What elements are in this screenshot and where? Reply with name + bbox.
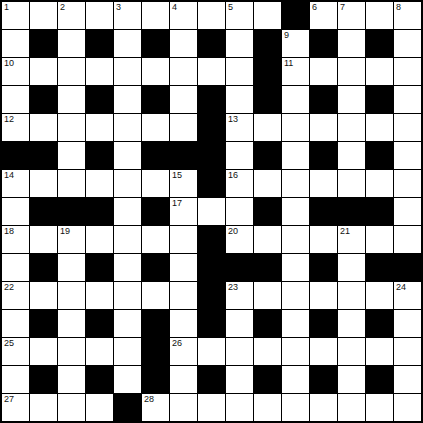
black-cell-r1-c7 (198, 30, 225, 57)
clue-number-5: 5 (228, 2, 233, 12)
cell-r9-c10[interactable] (282, 254, 309, 281)
cell-r2-c12[interactable] (338, 58, 365, 85)
cell-r8-c6[interactable] (170, 226, 197, 253)
black-cell-r9-c9 (254, 254, 281, 281)
cell-r4-c14[interactable] (394, 114, 421, 141)
black-cell-r7-c2 (58, 198, 85, 225)
black-cell-r5-c13 (366, 142, 393, 169)
cell-r12-c12[interactable] (338, 338, 365, 365)
cell-r13-c4[interactable] (114, 366, 141, 393)
black-cell-r11-c3 (86, 310, 113, 337)
cell-r12-c0[interactable]: 25 (2, 338, 29, 365)
cell-r10-c13[interactable] (366, 282, 393, 309)
black-cell-r5-c7 (198, 142, 225, 169)
cell-r5-c8[interactable] (226, 142, 253, 169)
cell-r13-c2[interactable] (58, 366, 85, 393)
cell-r6-c5[interactable] (142, 170, 169, 197)
cell-r0-c11[interactable]: 6 (310, 2, 337, 29)
black-cell-r3-c5 (142, 86, 169, 113)
clue-number-28: 28 (144, 394, 154, 404)
clue-number-18: 18 (4, 226, 14, 236)
clue-number-14: 14 (4, 170, 14, 180)
cell-r4-c12[interactable] (338, 114, 365, 141)
black-cell-r9-c8 (226, 254, 253, 281)
cell-r9-c12[interactable] (338, 254, 365, 281)
black-cell-r7-c1 (30, 198, 57, 225)
cell-r4-c4[interactable] (114, 114, 141, 141)
cell-r9-c6[interactable] (170, 254, 197, 281)
cell-r6-c4[interactable] (114, 170, 141, 197)
black-cell-r6-c7 (198, 170, 225, 197)
black-cell-r3-c3 (86, 86, 113, 113)
cell-r11-c12[interactable] (338, 310, 365, 337)
cell-r4-c9[interactable] (254, 114, 281, 141)
cell-r8-c1[interactable] (30, 226, 57, 253)
cell-r3-c2[interactable] (58, 86, 85, 113)
black-cell-r5-c5 (142, 142, 169, 169)
clue-number-13: 13 (228, 114, 238, 124)
cell-r7-c14[interactable] (394, 198, 421, 225)
cell-r5-c2[interactable] (58, 142, 85, 169)
cell-r14-c5[interactable]: 28 (142, 394, 169, 421)
black-cell-r13-c3 (86, 366, 113, 393)
cell-r6-c11[interactable] (310, 170, 337, 197)
black-cell-r9-c13 (366, 254, 393, 281)
cell-r1-c0[interactable] (2, 30, 29, 57)
cell-r10-c14[interactable]: 24 (394, 282, 421, 309)
black-cell-r5-c3 (86, 142, 113, 169)
cell-r6-c6[interactable]: 15 (170, 170, 197, 197)
cell-r7-c10[interactable] (282, 198, 309, 225)
clue-number-22: 22 (4, 282, 14, 292)
cell-r11-c10[interactable] (282, 310, 309, 337)
cell-r1-c14[interactable] (394, 30, 421, 57)
black-cell-r3-c11 (310, 86, 337, 113)
cell-r2-c8[interactable] (226, 58, 253, 85)
cell-r14-c6[interactable] (170, 394, 197, 421)
clue-number-11: 11 (284, 58, 293, 68)
cell-r14-c3[interactable] (86, 394, 113, 421)
cell-r11-c6[interactable] (170, 310, 197, 337)
cell-r14-c12[interactable] (338, 394, 365, 421)
clue-number-6: 6 (312, 2, 317, 12)
cell-r0-c12[interactable]: 7 (338, 2, 365, 29)
cell-r0-c13[interactable] (366, 2, 393, 29)
cell-r12-c14[interactable] (394, 338, 421, 365)
cell-r0-c8[interactable]: 5 (226, 2, 253, 29)
black-cell-r11-c11 (310, 310, 337, 337)
cell-r12-c1[interactable] (30, 338, 57, 365)
cell-r5-c14[interactable] (394, 142, 421, 169)
cell-r8-c11[interactable] (310, 226, 337, 253)
cell-r10-c5[interactable] (142, 282, 169, 309)
black-cell-r5-c11 (310, 142, 337, 169)
cell-r1-c4[interactable] (114, 30, 141, 57)
clue-number-25: 25 (4, 338, 14, 348)
cell-r14-c13[interactable] (366, 394, 393, 421)
cell-r0-c5[interactable] (142, 2, 169, 29)
cell-r6-c3[interactable] (86, 170, 113, 197)
cell-r8-c0[interactable]: 18 (2, 226, 29, 253)
black-cell-r11-c5 (142, 310, 169, 337)
cell-r7-c7[interactable] (198, 198, 225, 225)
black-cell-r9-c14 (394, 254, 421, 281)
cell-r10-c10[interactable] (282, 282, 309, 309)
black-cell-r13-c7 (198, 366, 225, 393)
clue-number-26: 26 (172, 338, 182, 348)
cell-r2-c11[interactable] (310, 58, 337, 85)
cell-r2-c10[interactable]: 11 (282, 58, 309, 85)
black-cell-r9-c5 (142, 254, 169, 281)
cell-r14-c0[interactable]: 27 (2, 394, 29, 421)
cell-r7-c8[interactable] (226, 198, 253, 225)
cell-r6-c1[interactable] (30, 170, 57, 197)
black-cell-r3-c1 (30, 86, 57, 113)
black-cell-r10-c7 (198, 282, 225, 309)
cell-r12-c10[interactable] (282, 338, 309, 365)
black-cell-r12-c5 (142, 338, 169, 365)
clue-number-2: 2 (60, 2, 65, 12)
cell-r8-c5[interactable] (142, 226, 169, 253)
cell-r3-c0[interactable] (2, 86, 29, 113)
black-cell-r9-c7 (198, 254, 225, 281)
black-cell-r11-c1 (30, 310, 57, 337)
cell-r1-c2[interactable] (58, 30, 85, 57)
cell-r12-c3[interactable] (86, 338, 113, 365)
cell-r8-c3[interactable] (86, 226, 113, 253)
clue-number-27: 27 (4, 394, 14, 404)
clue-number-21: 21 (340, 226, 350, 236)
black-cell-r7-c3 (86, 198, 113, 225)
cell-r0-c6[interactable]: 4 (170, 2, 197, 29)
black-cell-r13-c1 (30, 366, 57, 393)
cell-r10-c12[interactable] (338, 282, 365, 309)
black-cell-r7-c9 (254, 198, 281, 225)
cell-r11-c14[interactable] (394, 310, 421, 337)
cell-r12-c2[interactable] (58, 338, 85, 365)
black-cell-r13-c5 (142, 366, 169, 393)
cell-r2-c5[interactable] (142, 58, 169, 85)
cell-r12-c8[interactable] (226, 338, 253, 365)
cell-r14-c1[interactable] (30, 394, 57, 421)
cell-r6-c0[interactable]: 14 (2, 170, 29, 197)
cell-r6-c10[interactable] (282, 170, 309, 197)
cell-r0-c3[interactable] (86, 2, 113, 29)
black-cell-r8-c7 (198, 226, 225, 253)
black-cell-r3-c13 (366, 86, 393, 113)
cell-r6-c13[interactable] (366, 170, 393, 197)
cell-r13-c12[interactable] (338, 366, 365, 393)
cell-r2-c14[interactable] (394, 58, 421, 85)
cell-r11-c2[interactable] (58, 310, 85, 337)
clue-number-8: 8 (396, 2, 401, 12)
cell-r4-c3[interactable] (86, 114, 113, 141)
cell-r14-c9[interactable] (254, 394, 281, 421)
black-cell-r5-c9 (254, 142, 281, 169)
cell-r10-c9[interactable] (254, 282, 281, 309)
cell-r8-c4[interactable] (114, 226, 141, 253)
clue-number-20: 20 (228, 226, 238, 236)
cell-r10-c6[interactable] (170, 282, 197, 309)
cell-r14-c11[interactable] (310, 394, 337, 421)
cell-r13-c8[interactable] (226, 366, 253, 393)
cell-r3-c6[interactable] (170, 86, 197, 113)
cell-r11-c4[interactable] (114, 310, 141, 337)
black-cell-r1-c13 (366, 30, 393, 57)
black-cell-r7-c13 (366, 198, 393, 225)
cell-r3-c8[interactable] (226, 86, 253, 113)
crossword-page: 1234567891011121314151617181920212223242… (0, 0, 423, 423)
cell-r4-c6[interactable] (170, 114, 197, 141)
cell-r14-c8[interactable] (226, 394, 253, 421)
black-cell-r9-c11 (310, 254, 337, 281)
black-cell-r1-c1 (30, 30, 57, 57)
clue-number-3: 3 (116, 2, 121, 12)
black-cell-r3-c7 (198, 86, 225, 113)
black-cell-r1-c9 (254, 30, 281, 57)
cell-r4-c11[interactable] (310, 114, 337, 141)
cell-r5-c12[interactable] (338, 142, 365, 169)
black-cell-r1-c11 (310, 30, 337, 57)
cell-r2-c1[interactable] (30, 58, 57, 85)
cell-r0-c7[interactable] (198, 2, 225, 29)
cell-r12-c11[interactable] (310, 338, 337, 365)
clue-number-15: 15 (172, 170, 182, 180)
black-cell-r5-c6 (170, 142, 197, 169)
black-cell-r7-c5 (142, 198, 169, 225)
cell-r6-c14[interactable] (394, 170, 421, 197)
cell-r10-c8[interactable]: 23 (226, 282, 253, 309)
cell-r5-c10[interactable] (282, 142, 309, 169)
black-cell-r5-c1 (30, 142, 57, 169)
cell-r5-c4[interactable] (114, 142, 141, 169)
cell-r9-c4[interactable] (114, 254, 141, 281)
black-cell-r11-c13 (366, 310, 393, 337)
cell-r10-c3[interactable] (86, 282, 113, 309)
cell-r13-c0[interactable] (2, 366, 29, 393)
cell-r4-c1[interactable] (30, 114, 57, 141)
cell-r10-c2[interactable] (58, 282, 85, 309)
cell-r4-c8[interactable]: 13 (226, 114, 253, 141)
crossword-grid: 1234567891011121314151617181920212223242… (0, 0, 423, 423)
black-cell-r14-c4 (114, 394, 141, 421)
cell-r2-c2[interactable] (58, 58, 85, 85)
cell-r0-c4[interactable]: 3 (114, 2, 141, 29)
cell-r4-c2[interactable] (58, 114, 85, 141)
black-cell-r13-c11 (310, 366, 337, 393)
cell-r0-c1[interactable] (30, 2, 57, 29)
cell-r11-c8[interactable] (226, 310, 253, 337)
cell-r10-c11[interactable] (310, 282, 337, 309)
black-cell-r0-c10 (282, 2, 309, 29)
black-cell-r5-c0 (2, 142, 29, 169)
cell-r2-c4[interactable] (114, 58, 141, 85)
cell-r2-c13[interactable] (366, 58, 393, 85)
cell-r9-c0[interactable] (2, 254, 29, 281)
black-cell-r7-c11 (310, 198, 337, 225)
cell-r14-c2[interactable] (58, 394, 85, 421)
clue-number-10: 10 (4, 58, 14, 68)
cell-r8-c10[interactable] (282, 226, 309, 253)
cell-r8-c9[interactable] (254, 226, 281, 253)
cell-r12-c4[interactable] (114, 338, 141, 365)
clue-number-17: 17 (172, 198, 182, 208)
cell-r4-c13[interactable] (366, 114, 393, 141)
clue-number-7: 7 (340, 2, 345, 12)
clue-number-1: 1 (4, 2, 9, 12)
cell-r12-c6[interactable]: 26 (170, 338, 197, 365)
cell-r4-c0[interactable]: 12 (2, 114, 29, 141)
clue-number-12: 12 (4, 114, 14, 124)
cell-r1-c12[interactable] (338, 30, 365, 57)
cell-r4-c10[interactable] (282, 114, 309, 141)
black-cell-r9-c1 (30, 254, 57, 281)
black-cell-r13-c13 (366, 366, 393, 393)
cell-r14-c10[interactable] (282, 394, 309, 421)
cell-r8-c8[interactable]: 20 (226, 226, 253, 253)
black-cell-r1-c5 (142, 30, 169, 57)
black-cell-r7-c12 (338, 198, 365, 225)
cell-r10-c4[interactable] (114, 282, 141, 309)
cell-r3-c14[interactable] (394, 86, 421, 113)
cell-r1-c10[interactable]: 9 (282, 30, 309, 57)
cell-r11-c0[interactable] (2, 310, 29, 337)
black-cell-r4-c7 (198, 114, 225, 141)
cell-r14-c14[interactable] (394, 394, 421, 421)
cell-r14-c7[interactable] (198, 394, 225, 421)
cell-r3-c10[interactable] (282, 86, 309, 113)
clue-number-9: 9 (284, 30, 289, 40)
cell-r8-c12[interactable]: 21 (338, 226, 365, 253)
cell-r3-c4[interactable] (114, 86, 141, 113)
cell-r2-c0[interactable]: 10 (2, 58, 29, 85)
black-cell-r13-c9 (254, 366, 281, 393)
cell-r6-c9[interactable] (254, 170, 281, 197)
cell-r10-c1[interactable] (30, 282, 57, 309)
cell-r13-c14[interactable] (394, 366, 421, 393)
cell-r12-c13[interactable] (366, 338, 393, 365)
cell-r6-c2[interactable] (58, 170, 85, 197)
cell-r4-c5[interactable] (142, 114, 169, 141)
cell-r13-c10[interactable] (282, 366, 309, 393)
cell-r0-c9[interactable] (254, 2, 281, 29)
cell-r12-c7[interactable] (198, 338, 225, 365)
cell-r9-c2[interactable] (58, 254, 85, 281)
cell-r2-c7[interactable] (198, 58, 225, 85)
black-cell-r3-c9 (254, 86, 281, 113)
cell-r2-c3[interactable] (86, 58, 113, 85)
cell-r0-c2[interactable]: 2 (58, 2, 85, 29)
cell-r7-c0[interactable] (2, 198, 29, 225)
cell-r12-c9[interactable] (254, 338, 281, 365)
cell-r8-c13[interactable] (366, 226, 393, 253)
clue-number-23: 23 (228, 282, 238, 292)
cell-r7-c6[interactable]: 17 (170, 198, 197, 225)
cell-r8-c2[interactable]: 19 (58, 226, 85, 253)
cell-r1-c6[interactable] (170, 30, 197, 57)
black-cell-r1-c3 (86, 30, 113, 57)
cell-r10-c0[interactable]: 22 (2, 282, 29, 309)
cell-r8-c14[interactable] (394, 226, 421, 253)
black-cell-r11-c9 (254, 310, 281, 337)
clue-number-4: 4 (172, 2, 177, 12)
cell-r1-c8[interactable] (226, 30, 253, 57)
cell-r2-c6[interactable] (170, 58, 197, 85)
black-cell-r11-c7 (198, 310, 225, 337)
clue-number-24: 24 (396, 282, 406, 292)
cell-r0-c14[interactable]: 8 (394, 2, 421, 29)
clue-number-16: 16 (228, 170, 238, 180)
cell-r7-c4[interactable] (114, 198, 141, 225)
cell-r6-c12[interactable] (338, 170, 365, 197)
black-cell-r9-c3 (86, 254, 113, 281)
cell-r13-c6[interactable] (170, 366, 197, 393)
cell-r6-c8[interactable]: 16 (226, 170, 253, 197)
cell-r0-c0[interactable]: 1 (2, 2, 29, 29)
cell-r3-c12[interactable] (338, 86, 365, 113)
black-cell-r2-c9 (254, 58, 281, 85)
clue-number-19: 19 (60, 226, 70, 236)
